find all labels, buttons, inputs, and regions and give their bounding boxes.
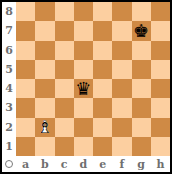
square-g5[interactable] xyxy=(132,60,151,79)
square-c2[interactable] xyxy=(55,118,74,137)
square-d8[interactable] xyxy=(74,2,93,21)
square-g2[interactable] xyxy=(132,118,151,137)
rank-label-8: 8 xyxy=(2,2,16,21)
turn-indicator xyxy=(2,156,16,172)
square-e7[interactable] xyxy=(93,21,112,40)
square-b6[interactable] xyxy=(35,41,54,60)
square-d4[interactable]: ♛ xyxy=(74,79,93,98)
square-d7[interactable] xyxy=(74,21,93,40)
file-label-c: c xyxy=(55,156,74,172)
square-g4[interactable] xyxy=(132,79,151,98)
square-f8[interactable] xyxy=(112,2,131,21)
square-g3[interactable] xyxy=(132,98,151,117)
square-h4[interactable] xyxy=(151,79,170,98)
file-label-a: a xyxy=(16,156,35,172)
black-king[interactable]: ♚ xyxy=(133,22,149,40)
square-h5[interactable] xyxy=(151,60,170,79)
square-b4[interactable] xyxy=(35,79,54,98)
square-h1[interactable] xyxy=(151,137,170,156)
square-f7[interactable] xyxy=(112,21,131,40)
square-e3[interactable] xyxy=(93,98,112,117)
square-h7[interactable] xyxy=(151,21,170,40)
square-c5[interactable] xyxy=(55,60,74,79)
file-label-b: b xyxy=(35,156,54,172)
square-g1[interactable] xyxy=(132,137,151,156)
square-a1[interactable] xyxy=(16,137,35,156)
square-a5[interactable] xyxy=(16,60,35,79)
square-c6[interactable] xyxy=(55,41,74,60)
rank-label-5: 5 xyxy=(2,60,16,79)
square-d5[interactable] xyxy=(74,60,93,79)
square-e1[interactable] xyxy=(93,137,112,156)
file-label-e: e xyxy=(93,156,112,172)
file-label-h: h xyxy=(151,156,170,172)
square-a6[interactable] xyxy=(16,41,35,60)
chess-board-frame: 87♚654♛32♝♗1abcdefgh xyxy=(0,0,172,174)
square-f6[interactable] xyxy=(112,41,131,60)
square-c4[interactable] xyxy=(55,79,74,98)
square-h2[interactable] xyxy=(151,118,170,137)
square-b7[interactable] xyxy=(35,21,54,40)
file-label-f: f xyxy=(112,156,131,172)
white-bishop[interactable]: ♝♗ xyxy=(37,118,53,136)
white-to-move-icon xyxy=(5,160,13,168)
square-g7[interactable]: ♚ xyxy=(132,21,151,40)
square-b2[interactable]: ♝♗ xyxy=(35,118,54,137)
square-a2[interactable] xyxy=(16,118,35,137)
rank-label-6: 6 xyxy=(2,41,16,60)
square-d2[interactable] xyxy=(74,118,93,137)
square-c1[interactable] xyxy=(55,137,74,156)
rank-label-1: 1 xyxy=(2,137,16,156)
square-c3[interactable] xyxy=(55,98,74,117)
rank-label-7: 7 xyxy=(2,21,16,40)
square-f4[interactable] xyxy=(112,79,131,98)
square-a4[interactable] xyxy=(16,79,35,98)
square-a8[interactable] xyxy=(16,2,35,21)
square-f2[interactable] xyxy=(112,118,131,137)
square-c7[interactable] xyxy=(55,21,74,40)
file-label-d: d xyxy=(74,156,93,172)
square-b1[interactable] xyxy=(35,137,54,156)
square-f1[interactable] xyxy=(112,137,131,156)
square-d1[interactable] xyxy=(74,137,93,156)
square-f3[interactable] xyxy=(112,98,131,117)
rank-label-3: 3 xyxy=(2,98,16,117)
white-bishop-outline: ♗ xyxy=(37,118,53,136)
square-e8[interactable] xyxy=(93,2,112,21)
square-e2[interactable] xyxy=(93,118,112,137)
square-h6[interactable] xyxy=(151,41,170,60)
square-d3[interactable] xyxy=(74,98,93,117)
square-h8[interactable] xyxy=(151,2,170,21)
square-b5[interactable] xyxy=(35,60,54,79)
square-f5[interactable] xyxy=(112,60,131,79)
square-a3[interactable] xyxy=(16,98,35,117)
square-e6[interactable] xyxy=(93,41,112,60)
square-b3[interactable] xyxy=(35,98,54,117)
square-h3[interactable] xyxy=(151,98,170,117)
square-a7[interactable] xyxy=(16,21,35,40)
rank-label-4: 4 xyxy=(2,79,16,98)
square-c8[interactable] xyxy=(55,2,74,21)
square-g8[interactable] xyxy=(132,2,151,21)
square-e5[interactable] xyxy=(93,60,112,79)
black-queen[interactable]: ♛ xyxy=(75,80,91,98)
square-g6[interactable] xyxy=(132,41,151,60)
square-d6[interactable] xyxy=(74,41,93,60)
square-e4[interactable] xyxy=(93,79,112,98)
rank-label-2: 2 xyxy=(2,118,16,137)
file-label-g: g xyxy=(132,156,151,172)
square-b8[interactable] xyxy=(35,2,54,21)
chess-board: 87♚654♛32♝♗1abcdefgh xyxy=(2,2,170,172)
